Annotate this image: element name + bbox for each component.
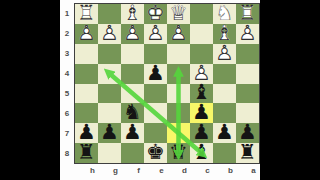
piece-white-pawn: ♟♙ [144,24,167,44]
piece-glyph-outline: ♗ [123,3,142,24]
square-a8[interactable]: ♜ [236,143,259,163]
square-b1[interactable]: ♞♘ [213,4,236,24]
piece-glyph-fill: ♝ [215,22,234,43]
rank-label: 2 [60,24,74,44]
piece-white-pawn: ♟♙ [190,64,213,84]
square-c1[interactable] [190,4,213,24]
piece-black-pawn: ♟ [144,64,167,84]
piece-white-queen: ♛♕ [167,4,190,24]
piece-white-pawn: ♟♙ [75,24,98,44]
square-f4[interactable] [121,64,144,84]
square-c7[interactable]: ♟ [190,123,213,143]
piece-white-bishop: ♝♗ [213,24,236,44]
square-h4[interactable] [75,64,98,84]
piece-black-rook: ♜ [75,143,98,163]
rank-label: 3 [60,44,74,64]
piece-glyph-fill: ♚ [146,3,165,24]
square-a7[interactable]: ♟ [236,123,259,143]
piece-black-bishop: ♝ [190,143,213,163]
piece-glyph-outline: ♙ [123,22,142,43]
piece-glyph-fill: ♟ [169,22,188,43]
piece-glyph-fill: ♜ [77,3,96,24]
piece-black-queen: ♛ [167,143,190,163]
piece-glyph-fill: ♟ [146,22,165,43]
square-g5[interactable] [98,84,121,104]
board-frame: ♜♖♝♗♚♔♛♕♞♘♜♖♟♙♟♙♟♙♟♙♟♙♝♗♟♙♟♙♟♟♙♝♞♟♟♟♟♟♟♟… [74,3,260,164]
square-e3[interactable] [144,44,167,64]
square-e6[interactable] [144,103,167,123]
piece-glyph-outline: ♙ [215,42,234,63]
piece-white-rook: ♜♖ [236,4,259,24]
square-b7[interactable]: ♟ [213,123,236,143]
piece-glyph-fill: ♛ [169,3,188,24]
piece-glyph-fill: ♟ [192,102,211,123]
square-d6[interactable] [167,103,190,123]
piece-glyph-fill: ♟ [192,62,211,83]
piece-glyph-outline: ♙ [169,22,188,43]
square-b8[interactable] [213,143,236,163]
rank-label: 1 [60,4,74,24]
square-h1[interactable]: ♜♖ [75,4,98,24]
piece-glyph-fill: ♜ [238,142,257,163]
square-a6[interactable] [236,103,259,123]
square-e2[interactable]: ♟♙ [144,24,167,44]
piece-white-bishop: ♝♗ [121,4,144,24]
piece-glyph-outline: ♙ [146,22,165,43]
square-c6[interactable]: ♟ [190,103,213,123]
file-label: e [150,164,173,176]
square-d8[interactable]: ♛ [167,143,190,163]
square-h7[interactable]: ♟ [75,123,98,143]
square-e8[interactable]: ♚ [144,143,167,163]
piece-white-pawn: ♟♙ [167,24,190,44]
square-c4[interactable]: ♟♙ [190,64,213,84]
rank-labels: 12345678 [60,4,74,163]
piece-glyph-fill: ♞ [123,102,142,123]
square-f5[interactable] [121,84,144,104]
piece-glyph-fill: ♟ [123,122,142,143]
rank-label: 7 [60,123,74,143]
piece-glyph-outline: ♙ [77,22,96,43]
piece-glyph-fill: ♟ [146,62,165,83]
square-g4[interactable] [98,64,121,84]
square-d3[interactable] [167,44,190,64]
piece-black-pawn: ♟ [121,123,144,143]
file-label: h [81,164,104,176]
piece-glyph-fill: ♟ [77,22,96,43]
square-e7[interactable] [144,123,167,143]
square-g2[interactable]: ♟♙ [98,24,121,44]
piece-glyph-fill: ♟ [100,122,119,143]
square-f1[interactable]: ♝♗ [121,4,144,24]
piece-white-king: ♚♔ [144,4,167,24]
square-g6[interactable] [98,103,121,123]
piece-black-king: ♚ [144,143,167,163]
square-b6[interactable] [213,103,236,123]
piece-black-pawn: ♟ [75,123,98,143]
piece-glyph-fill: ♚ [146,142,165,163]
square-h8[interactable]: ♜ [75,143,98,163]
piece-black-pawn: ♟ [98,123,121,143]
square-e1[interactable]: ♚♔ [144,4,167,24]
square-c8[interactable]: ♝ [190,143,213,163]
square-b2[interactable]: ♝♗ [213,24,236,44]
piece-white-pawn: ♟♙ [236,24,259,44]
rank-label: 4 [60,64,74,84]
piece-glyph-fill: ♟ [238,22,257,43]
square-f3[interactable] [121,44,144,64]
piece-glyph-fill: ♟ [215,42,234,63]
piece-glyph-fill: ♟ [77,122,96,143]
file-label: g [104,164,127,176]
piece-glyph-fill: ♝ [192,142,211,163]
piece-white-knight: ♞♘ [213,4,236,24]
square-f6[interactable]: ♞ [121,103,144,123]
piece-black-bishop: ♝ [190,84,213,104]
square-d5[interactable] [167,84,190,104]
rank-label: 8 [60,143,74,163]
piece-glyph-fill: ♞ [215,3,234,24]
piece-black-pawn: ♟ [190,123,213,143]
square-a2[interactable]: ♟♙ [236,24,259,44]
piece-black-rook: ♜ [236,143,259,163]
square-h3[interactable] [75,44,98,64]
square-a5[interactable] [236,84,259,104]
file-label: d [173,164,196,176]
piece-glyph-fill: ♝ [192,82,211,103]
piece-black-pawn: ♟ [190,103,213,123]
piece-glyph-outline: ♖ [238,3,257,24]
rank-label: 6 [60,103,74,123]
piece-glyph-fill: ♟ [192,122,211,143]
piece-white-pawn: ♟♙ [121,24,144,44]
piece-glyph-fill: ♛ [169,142,188,163]
square-g1[interactable] [98,4,121,24]
square-f2[interactable]: ♟♙ [121,24,144,44]
piece-glyph-outline: ♗ [215,22,234,43]
square-c2[interactable] [190,24,213,44]
chess-board-widget: 12345678 ♜♖♝♗♚♔♛♕♞♘♜♖♟♙♟♙♟♙♟♙♟♙♝♗♟♙♟♙♟♟♙… [60,0,260,180]
rank-label: 5 [60,84,74,104]
piece-black-pawn: ♟ [236,123,259,143]
square-b5[interactable] [213,84,236,104]
square-g8[interactable] [98,143,121,163]
piece-glyph-fill: ♟ [123,22,142,43]
square-b3[interactable]: ♟♙ [213,44,236,64]
square-a1[interactable]: ♜♖ [236,4,259,24]
square-b4[interactable] [213,64,236,84]
file-label: c [196,164,219,176]
piece-glyph-fill: ♟ [100,22,119,43]
file-label: a [242,164,265,176]
square-c3[interactable] [190,44,213,64]
piece-glyph-fill: ♝ [123,3,142,24]
file-label: b [219,164,242,176]
piece-white-pawn: ♟♙ [98,24,121,44]
piece-glyph-outline: ♙ [192,62,211,83]
square-d1[interactable]: ♛♕ [167,4,190,24]
square-g7[interactable]: ♟ [98,123,121,143]
square-d4[interactable] [167,64,190,84]
square-d2[interactable]: ♟♙ [167,24,190,44]
piece-black-pawn: ♟ [213,123,236,143]
square-f7[interactable]: ♟ [121,123,144,143]
square-e4[interactable]: ♟ [144,64,167,84]
piece-glyph-fill: ♟ [238,122,257,143]
square-c5[interactable]: ♝ [190,84,213,104]
piece-glyph-fill: ♜ [238,3,257,24]
piece-glyph-outline: ♕ [169,3,188,24]
piece-white-rook: ♜♖ [75,4,98,24]
square-g3[interactable] [98,44,121,64]
square-a4[interactable] [236,64,259,84]
square-h5[interactable] [75,84,98,104]
piece-black-knight: ♞ [121,103,144,123]
piece-white-pawn: ♟♙ [213,44,236,64]
piece-glyph-outline: ♖ [77,3,96,24]
file-label: f [127,164,150,176]
square-e5[interactable] [144,84,167,104]
piece-glyph-outline: ♘ [215,3,234,24]
square-f8[interactable] [121,143,144,163]
piece-glyph-fill: ♟ [215,122,234,143]
file-labels: hgfedcba [75,164,259,176]
piece-glyph-fill: ♜ [77,142,96,163]
piece-glyph-outline: ♔ [146,3,165,24]
square-d7[interactable] [167,123,190,143]
piece-glyph-outline: ♙ [100,22,119,43]
square-a3[interactable] [236,44,259,64]
letterbox-background: 12345678 ♜♖♝♗♚♔♛♕♞♘♜♖♟♙♟♙♟♙♟♙♟♙♝♗♟♙♟♙♟♟♙… [0,0,320,180]
piece-glyph-outline: ♙ [238,22,257,43]
square-h2[interactable]: ♟♙ [75,24,98,44]
chess-board: ♜♖♝♗♚♔♛♕♞♘♜♖♟♙♟♙♟♙♟♙♟♙♝♗♟♙♟♙♟♟♙♝♞♟♟♟♟♟♟♟… [75,4,259,163]
square-h6[interactable] [75,103,98,123]
